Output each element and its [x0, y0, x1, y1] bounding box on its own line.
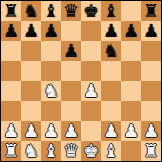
- square-g1[interactable]: [121, 141, 141, 161]
- square-b5[interactable]: [21, 61, 41, 81]
- black-pawn: ♟: [143, 21, 159, 41]
- black-pawn: ♟: [3, 21, 19, 41]
- square-f5[interactable]: [101, 61, 121, 81]
- white-bishop: ♝: [103, 141, 119, 161]
- square-e1[interactable]: ♚: [81, 141, 101, 161]
- square-d3[interactable]: [61, 101, 81, 121]
- square-a5[interactable]: [1, 61, 21, 81]
- square-g7[interactable]: ♟: [121, 21, 141, 41]
- square-h8[interactable]: ♜: [141, 1, 161, 21]
- square-d8[interactable]: ♛: [61, 1, 81, 21]
- black-pawn: ♟: [23, 21, 39, 41]
- white-pawn: ♟: [43, 121, 59, 141]
- square-b3[interactable]: [21, 101, 41, 121]
- square-a7[interactable]: ♟: [1, 21, 21, 41]
- square-e7[interactable]: [81, 21, 101, 41]
- black-pawn: ♟: [123, 21, 139, 41]
- white-knight: ♞: [43, 81, 59, 101]
- square-c8[interactable]: ♝: [41, 1, 61, 21]
- black-knight: ♞: [103, 41, 119, 61]
- square-a4[interactable]: [1, 81, 21, 101]
- white-rook: ♜: [3, 141, 19, 161]
- square-d7[interactable]: [61, 21, 81, 41]
- square-c5[interactable]: [41, 61, 61, 81]
- white-pawn: ♟: [143, 121, 159, 141]
- black-rook: ♜: [143, 1, 159, 21]
- square-d6[interactable]: ♟: [61, 41, 81, 61]
- square-b4[interactable]: [21, 81, 41, 101]
- square-a2[interactable]: ♟: [1, 121, 21, 141]
- square-e4[interactable]: ♟: [81, 81, 101, 101]
- white-pawn: ♟: [3, 121, 19, 141]
- white-bishop: ♝: [43, 141, 59, 161]
- square-c4[interactable]: ♞: [41, 81, 61, 101]
- white-rook: ♜: [143, 141, 159, 161]
- chess-board: ♜♞♝♛♚♝♜♟♟♟♟♟♟♟♞♞♟♟♟♟♟♟♟♟♜♞♝♛♚♝♜: [1, 1, 161, 161]
- white-queen: ♛: [63, 141, 79, 161]
- square-b7[interactable]: ♟: [21, 21, 41, 41]
- black-bishop: ♝: [103, 1, 119, 21]
- square-f8[interactable]: ♝: [101, 1, 121, 21]
- square-c2[interactable]: ♟: [41, 121, 61, 141]
- chess-board-frame: ♜♞♝♛♚♝♜♟♟♟♟♟♟♟♞♞♟♟♟♟♟♟♟♟♜♞♝♛♚♝♜: [0, 0, 162, 162]
- white-pawn: ♟: [83, 81, 99, 101]
- square-h3[interactable]: [141, 101, 161, 121]
- black-pawn: ♟: [43, 21, 59, 41]
- square-c3[interactable]: [41, 101, 61, 121]
- square-f3[interactable]: [101, 101, 121, 121]
- square-h6[interactable]: [141, 41, 161, 61]
- square-b2[interactable]: ♟: [21, 121, 41, 141]
- square-c7[interactable]: ♟: [41, 21, 61, 41]
- white-pawn: ♟: [103, 121, 119, 141]
- square-e5[interactable]: [81, 61, 101, 81]
- square-f2[interactable]: ♟: [101, 121, 121, 141]
- black-pawn: ♟: [63, 41, 79, 61]
- square-c6[interactable]: [41, 41, 61, 61]
- black-rook: ♜: [3, 1, 19, 21]
- square-e6[interactable]: [81, 41, 101, 61]
- square-b1[interactable]: ♞: [21, 141, 41, 161]
- black-pawn: ♟: [103, 21, 119, 41]
- black-king: ♚: [83, 1, 99, 21]
- black-queen: ♛: [63, 1, 79, 21]
- square-d2[interactable]: ♟: [61, 121, 81, 141]
- square-f4[interactable]: [101, 81, 121, 101]
- square-e8[interactable]: ♚: [81, 1, 101, 21]
- white-knight: ♞: [23, 141, 39, 161]
- square-a1[interactable]: ♜: [1, 141, 21, 161]
- square-d4[interactable]: [61, 81, 81, 101]
- square-a6[interactable]: [1, 41, 21, 61]
- square-b8[interactable]: ♞: [21, 1, 41, 21]
- square-e3[interactable]: [81, 101, 101, 121]
- white-king: ♚: [83, 141, 99, 161]
- square-g2[interactable]: ♟: [121, 121, 141, 141]
- white-pawn: ♟: [63, 121, 79, 141]
- white-pawn: ♟: [123, 121, 139, 141]
- square-h7[interactable]: ♟: [141, 21, 161, 41]
- white-pawn: ♟: [23, 121, 39, 141]
- square-g8[interactable]: [121, 1, 141, 21]
- square-f1[interactable]: ♝: [101, 141, 121, 161]
- square-g5[interactable]: [121, 61, 141, 81]
- square-e2[interactable]: [81, 121, 101, 141]
- square-g4[interactable]: [121, 81, 141, 101]
- square-h1[interactable]: ♜: [141, 141, 161, 161]
- square-h4[interactable]: [141, 81, 161, 101]
- square-b6[interactable]: [21, 41, 41, 61]
- square-h5[interactable]: [141, 61, 161, 81]
- square-g6[interactable]: [121, 41, 141, 61]
- square-g3[interactable]: [121, 101, 141, 121]
- square-d1[interactable]: ♛: [61, 141, 81, 161]
- square-a8[interactable]: ♜: [1, 1, 21, 21]
- square-f7[interactable]: ♟: [101, 21, 121, 41]
- black-knight: ♞: [23, 1, 39, 21]
- square-c1[interactable]: ♝: [41, 141, 61, 161]
- square-a3[interactable]: [1, 101, 21, 121]
- square-h2[interactable]: ♟: [141, 121, 161, 141]
- black-bishop: ♝: [43, 1, 59, 21]
- square-d5[interactable]: [61, 61, 81, 81]
- square-f6[interactable]: ♞: [101, 41, 121, 61]
